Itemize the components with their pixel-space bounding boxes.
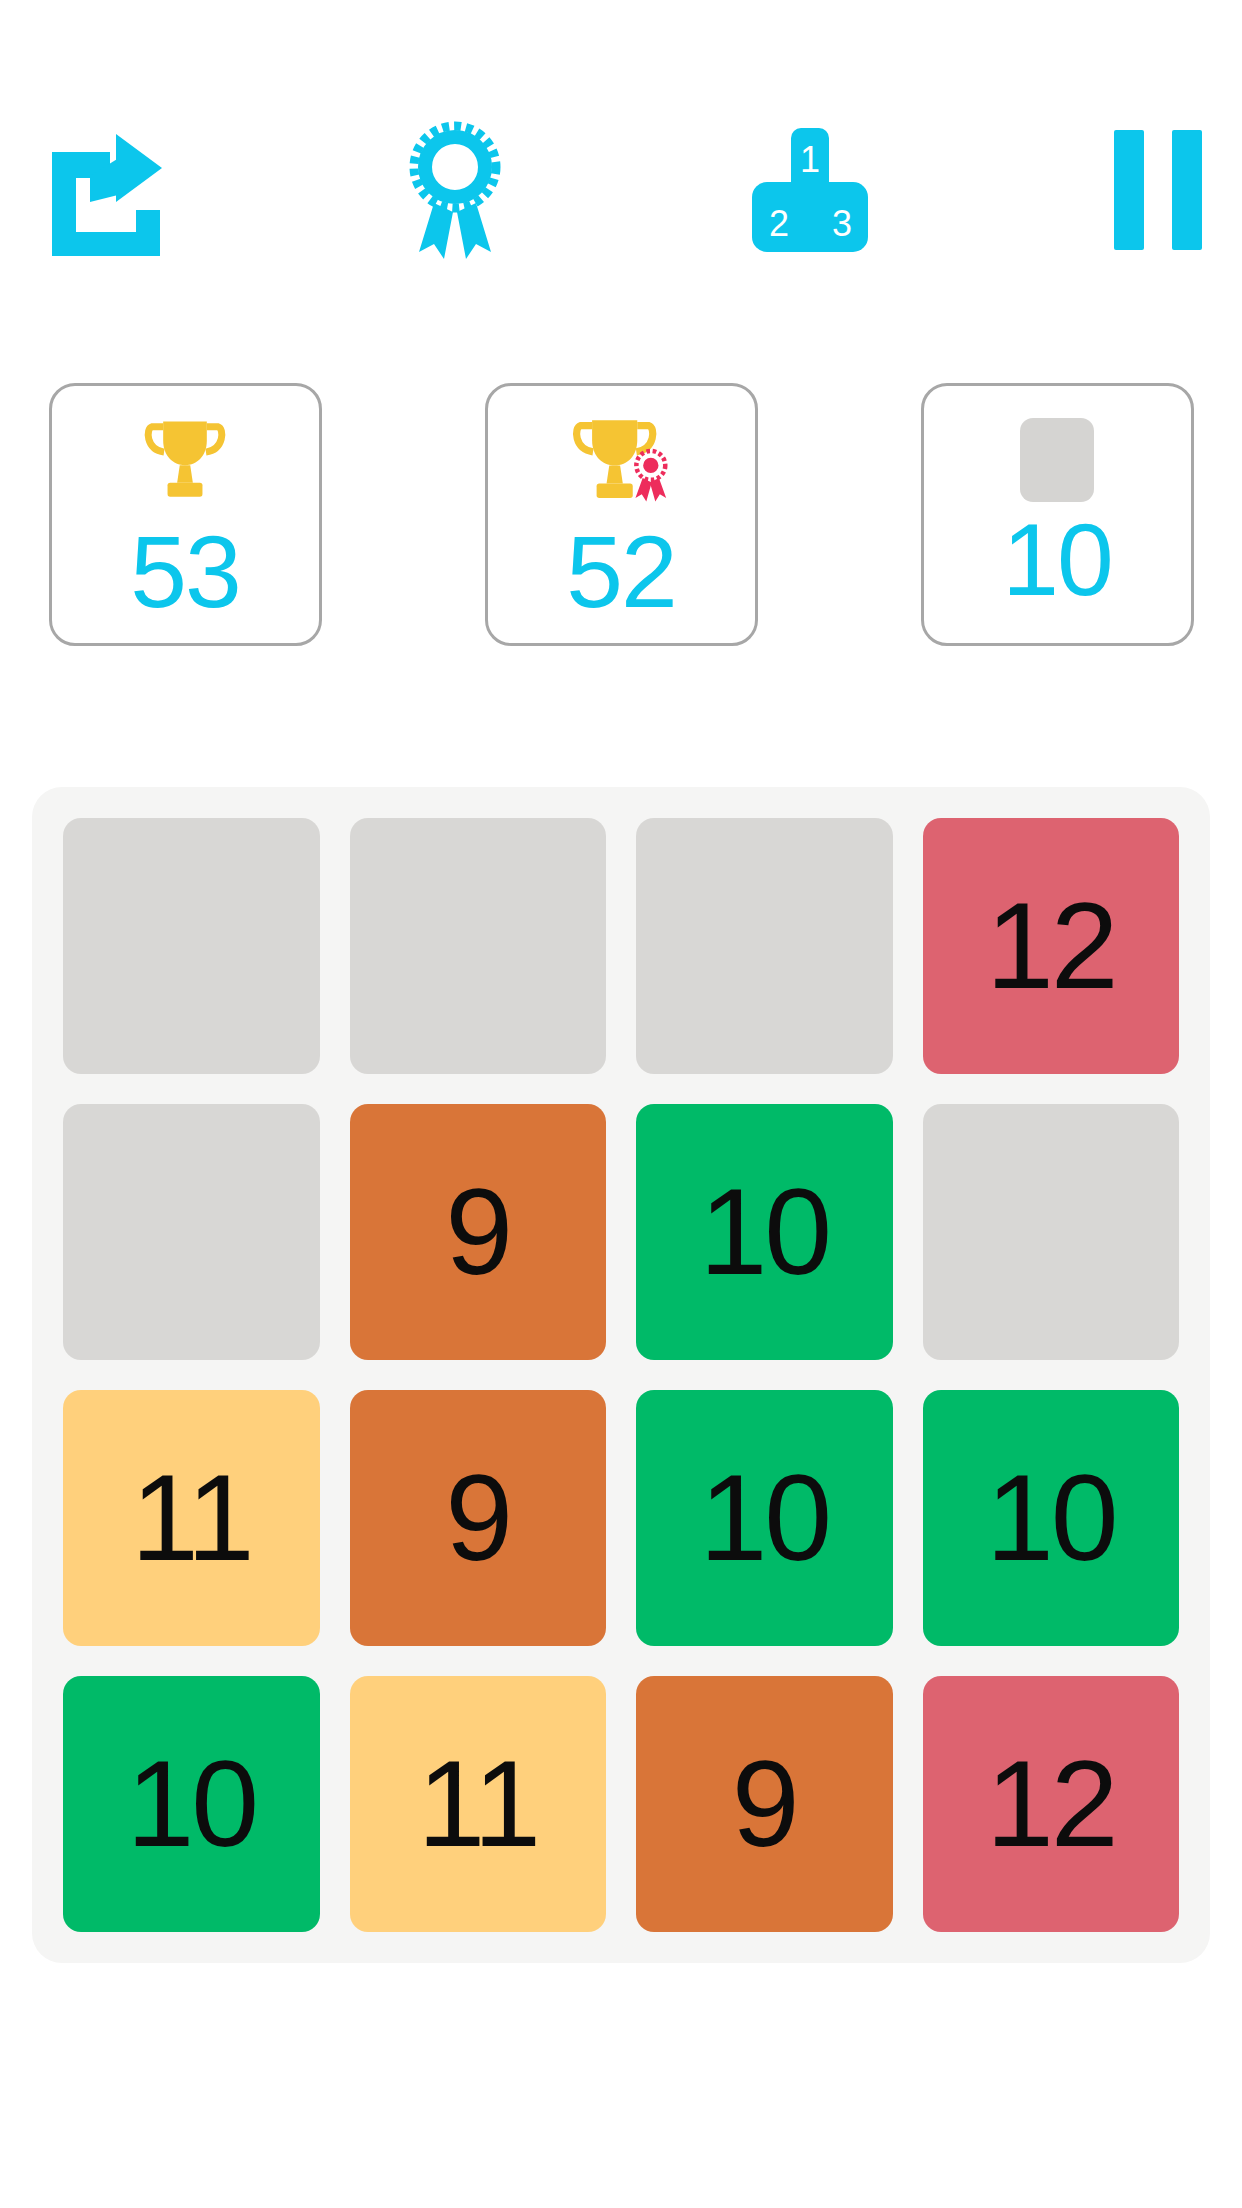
next-tile-icon (1020, 404, 1094, 504)
podium-rank-1: 1 (800, 139, 820, 180)
empty-cell (350, 818, 607, 1074)
pause-icon (1114, 130, 1202, 250)
tile-11[interactable]: 11 (63, 1390, 320, 1646)
award-rosette-icon (404, 119, 506, 261)
leaderboard-podium-icon: 1 2 3 (748, 124, 872, 256)
tile-12[interactable]: 12 (923, 818, 1180, 1074)
tile-10[interactable]: 10 (63, 1676, 320, 1932)
tile-9[interactable]: 9 (350, 1104, 607, 1360)
share-restart-button[interactable] (46, 122, 162, 258)
next-tile-card: 10 (921, 383, 1194, 646)
next-tile-swatch (1020, 418, 1094, 502)
empty-cell (63, 818, 320, 1074)
achievements-button[interactable] (404, 119, 506, 261)
tile-11[interactable]: 11 (350, 1676, 607, 1932)
last-score-card: 52 (485, 383, 758, 646)
pause-button[interactable] (1114, 130, 1202, 250)
empty-cell (636, 818, 893, 1074)
trophy-icon (137, 404, 233, 516)
best-score-card: 53 (49, 383, 322, 646)
share-restart-icon (46, 122, 162, 258)
toolbar: 1 2 3 (0, 120, 1242, 260)
game-screen: 1 2 3 53 (0, 0, 1242, 2208)
empty-cell (923, 1104, 1180, 1360)
next-tile-value: 10 (1002, 508, 1111, 612)
trophy-rosette-icon (565, 404, 677, 516)
stats-row: 53 52 10 (0, 383, 1242, 646)
tile-12[interactable]: 12 (923, 1676, 1180, 1932)
podium-rank-3: 3 (832, 203, 852, 244)
tile-10[interactable]: 10 (636, 1104, 893, 1360)
tile-9[interactable]: 9 (350, 1390, 607, 1646)
tile-10[interactable]: 10 (923, 1390, 1180, 1646)
leaderboard-button[interactable]: 1 2 3 (748, 124, 872, 256)
best-score-value: 53 (130, 520, 239, 624)
tile-10[interactable]: 10 (636, 1390, 893, 1646)
tile-9[interactable]: 9 (636, 1676, 893, 1932)
last-score-value: 52 (566, 520, 675, 624)
empty-cell (63, 1104, 320, 1360)
podium-rank-2: 2 (769, 203, 789, 244)
game-board: 1291011910101011912 (32, 787, 1210, 1963)
